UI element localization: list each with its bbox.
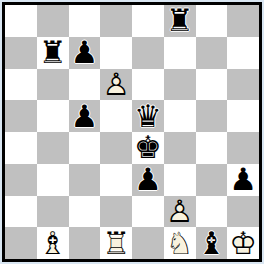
- square-a1[interactable]: [5, 227, 37, 259]
- square-f8[interactable]: ♜: [164, 5, 196, 37]
- square-g3[interactable]: [196, 164, 228, 196]
- square-g1[interactable]: ♝: [196, 227, 228, 259]
- square-h8[interactable]: [227, 5, 259, 37]
- piece-black-rook[interactable]: ♜: [37, 37, 69, 69]
- square-f2[interactable]: ♟♙: [164, 196, 196, 228]
- piece-black-king[interactable]: ♚: [132, 132, 164, 164]
- piece-white-pawn[interactable]: ♟♙: [164, 196, 196, 228]
- piece-white-rook[interactable]: ♜♖: [100, 227, 132, 259]
- square-g4[interactable]: [196, 132, 228, 164]
- square-g7[interactable]: [196, 37, 228, 69]
- square-b3[interactable]: [37, 164, 69, 196]
- square-b8[interactable]: [37, 5, 69, 37]
- piece-black-bishop[interactable]: ♝: [196, 227, 228, 259]
- square-e6[interactable]: [132, 69, 164, 101]
- white-pawn-outline-icon: ♙: [164, 196, 196, 228]
- square-f1[interactable]: ♞♘: [164, 227, 196, 259]
- square-d4[interactable]: [100, 132, 132, 164]
- square-e8[interactable]: [132, 5, 164, 37]
- square-c3[interactable]: [69, 164, 101, 196]
- square-a6[interactable]: [5, 69, 37, 101]
- square-b7[interactable]: ♜: [37, 37, 69, 69]
- black-king-icon: ♚: [132, 132, 164, 164]
- black-bishop-icon: ♝: [196, 227, 228, 259]
- square-f6[interactable]: [164, 69, 196, 101]
- square-e2[interactable]: [132, 196, 164, 228]
- square-a5[interactable]: [5, 100, 37, 132]
- square-f3[interactable]: [164, 164, 196, 196]
- square-a2[interactable]: [5, 196, 37, 228]
- square-e7[interactable]: [132, 37, 164, 69]
- square-e5[interactable]: ♛: [132, 100, 164, 132]
- board-frame: ♜♜♟♟♙♟♛♚♟♟♟♙♝♗♜♖♞♘♝♚♔: [2, 2, 262, 262]
- square-b6[interactable]: [37, 69, 69, 101]
- piece-black-queen[interactable]: ♛: [132, 100, 164, 132]
- chess-diagram: ♜♜♟♟♙♟♛♚♟♟♟♙♝♗♜♖♞♘♝♚♔: [0, 0, 264, 264]
- square-a3[interactable]: [5, 164, 37, 196]
- white-king-outline-icon: ♔: [227, 227, 259, 259]
- square-g2[interactable]: [196, 196, 228, 228]
- square-d8[interactable]: [100, 5, 132, 37]
- square-a8[interactable]: [5, 5, 37, 37]
- square-f4[interactable]: [164, 132, 196, 164]
- white-knight-outline-icon: ♘: [164, 227, 196, 259]
- black-pawn-icon: ♟: [69, 100, 101, 132]
- white-pawn-outline-icon: ♙: [100, 69, 132, 101]
- black-pawn-icon: ♟: [132, 164, 164, 196]
- square-h3[interactable]: ♟: [227, 164, 259, 196]
- square-d5[interactable]: [100, 100, 132, 132]
- white-king-fill-icon: ♚: [227, 227, 259, 259]
- square-h6[interactable]: [227, 69, 259, 101]
- white-knight-fill-icon: ♞: [164, 227, 196, 259]
- square-h4[interactable]: [227, 132, 259, 164]
- square-d3[interactable]: [100, 164, 132, 196]
- square-c4[interactable]: [69, 132, 101, 164]
- square-c2[interactable]: [69, 196, 101, 228]
- square-b5[interactable]: [37, 100, 69, 132]
- square-g5[interactable]: [196, 100, 228, 132]
- square-f5[interactable]: [164, 100, 196, 132]
- white-rook-outline-icon: ♖: [100, 227, 132, 259]
- square-g8[interactable]: [196, 5, 228, 37]
- chess-board: ♜♜♟♟♙♟♛♚♟♟♟♙♝♗♜♖♞♘♝♚♔: [5, 5, 259, 259]
- square-b4[interactable]: [37, 132, 69, 164]
- square-c7[interactable]: ♟: [69, 37, 101, 69]
- square-d2[interactable]: [100, 196, 132, 228]
- square-d7[interactable]: [100, 37, 132, 69]
- square-g6[interactable]: [196, 69, 228, 101]
- piece-black-pawn[interactable]: ♟: [132, 164, 164, 196]
- square-h7[interactable]: [227, 37, 259, 69]
- square-h5[interactable]: [227, 100, 259, 132]
- black-pawn-icon: ♟: [227, 164, 259, 196]
- square-d6[interactable]: ♟♙: [100, 69, 132, 101]
- piece-white-bishop[interactable]: ♝♗: [37, 227, 69, 259]
- piece-black-pawn[interactable]: ♟: [69, 37, 101, 69]
- piece-black-pawn[interactable]: ♟: [227, 164, 259, 196]
- square-d1[interactable]: ♜♖: [100, 227, 132, 259]
- square-e1[interactable]: [132, 227, 164, 259]
- white-bishop-fill-icon: ♝: [37, 227, 69, 259]
- piece-white-knight[interactable]: ♞♘: [164, 227, 196, 259]
- square-b1[interactable]: ♝♗: [37, 227, 69, 259]
- white-pawn-fill-icon: ♟: [164, 196, 196, 228]
- white-rook-fill-icon: ♜: [100, 227, 132, 259]
- square-b2[interactable]: [37, 196, 69, 228]
- square-e3[interactable]: ♟: [132, 164, 164, 196]
- square-h1[interactable]: ♚♔: [227, 227, 259, 259]
- square-e4[interactable]: ♚: [132, 132, 164, 164]
- piece-black-pawn[interactable]: ♟: [69, 100, 101, 132]
- square-a4[interactable]: [5, 132, 37, 164]
- square-c6[interactable]: [69, 69, 101, 101]
- black-rook-icon: ♜: [164, 5, 196, 37]
- square-f7[interactable]: [164, 37, 196, 69]
- black-queen-icon: ♛: [132, 100, 164, 132]
- piece-white-king[interactable]: ♚♔: [227, 227, 259, 259]
- piece-black-rook[interactable]: ♜: [164, 5, 196, 37]
- black-pawn-icon: ♟: [69, 37, 101, 69]
- square-c8[interactable]: [69, 5, 101, 37]
- piece-white-pawn[interactable]: ♟♙: [100, 69, 132, 101]
- black-rook-icon: ♜: [37, 37, 69, 69]
- square-h2[interactable]: [227, 196, 259, 228]
- white-bishop-outline-icon: ♗: [37, 227, 69, 259]
- square-a7[interactable]: [5, 37, 37, 69]
- square-c5[interactable]: ♟: [69, 100, 101, 132]
- white-pawn-fill-icon: ♟: [100, 69, 132, 101]
- square-c1[interactable]: [69, 227, 101, 259]
